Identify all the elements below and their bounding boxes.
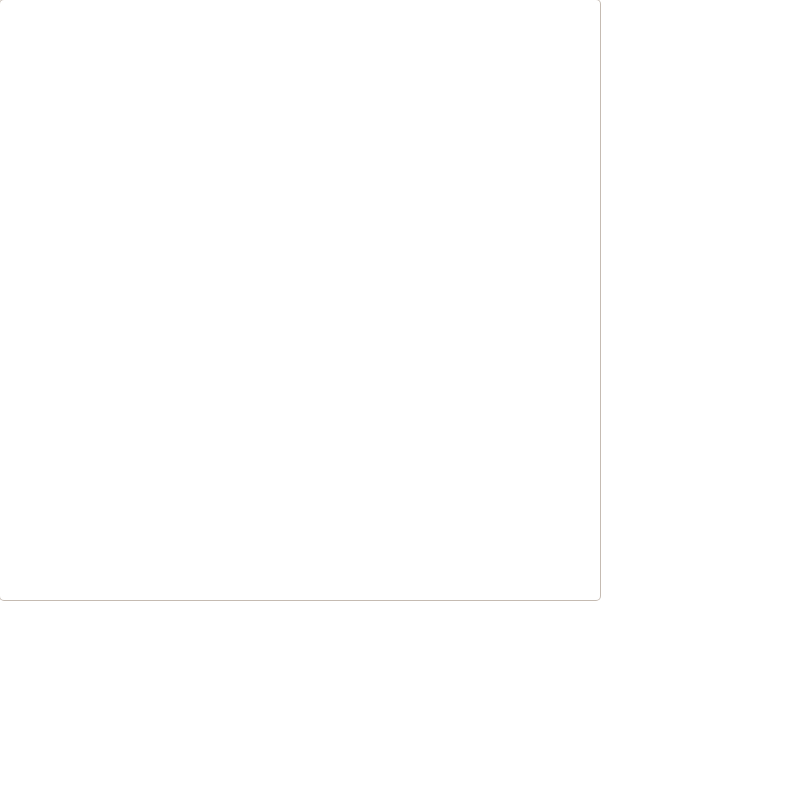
pieces-layer — [0, 0, 800, 800]
product-photo-scene — [0, 0, 800, 800]
